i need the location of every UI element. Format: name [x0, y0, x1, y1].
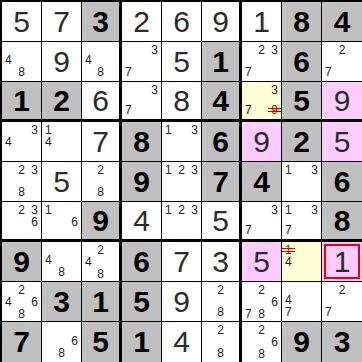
- cell-r9c2[interactable]: 68: [42, 322, 82, 362]
- cell-r6c7[interactable]: 37: [242, 202, 282, 242]
- given-digit: 7: [212, 167, 229, 197]
- cell-r2c5[interactable]: 5: [162, 42, 202, 82]
- solved-digit: 7: [53, 7, 70, 37]
- solved-digit: 5: [212, 206, 229, 236]
- pencil-marks: 237: [242, 42, 281, 81]
- cell-r2c8[interactable]: 6: [282, 42, 322, 82]
- candidate-3: 3: [311, 164, 318, 176]
- candidate-6: 6: [31, 296, 38, 308]
- candidate-7: 7: [285, 224, 292, 236]
- cell-r7c4[interactable]: 6: [122, 242, 162, 282]
- cell-r1c7[interactable]: 1: [242, 2, 282, 42]
- candidate-4: 4: [85, 54, 92, 66]
- cell-r9c5[interactable]: 4: [162, 322, 202, 362]
- given-digit: 1: [133, 327, 150, 357]
- pencil-marks: 37: [122, 42, 161, 81]
- cell-r7c5[interactable]: 7: [162, 242, 202, 282]
- cell-r9c4[interactable]: 1: [122, 322, 162, 362]
- candidate-8: 8: [18, 308, 25, 320]
- pencil-marks: 47: [282, 282, 321, 321]
- candidate-7: 7: [245, 104, 252, 116]
- cell-r3c7[interactable]: 379: [242, 82, 282, 122]
- solved-digit: 5: [53, 167, 70, 197]
- given-digit: 4: [253, 167, 270, 197]
- candidate-2: 2: [18, 204, 25, 216]
- candidate-7: 7: [125, 66, 132, 78]
- cell-r8c9[interactable]: 27: [322, 282, 362, 322]
- candidate-2: 2: [178, 164, 185, 176]
- candidate-4: 4: [45, 136, 52, 148]
- cell-r6c5[interactable]: 123: [162, 202, 202, 242]
- sudoku-board: 5732691844894837512376271263784379593414…: [0, 0, 362, 362]
- given-digit: 8: [334, 206, 351, 236]
- pencil-marks: 27: [322, 282, 362, 321]
- candidate-7: 7: [325, 66, 332, 78]
- solved-digit: 8: [173, 86, 190, 116]
- solved-digit: 3: [212, 247, 229, 277]
- candidate-8: 8: [58, 347, 65, 359]
- cell-r7c2[interactable]: 48: [42, 242, 82, 282]
- cell-r7c1[interactable]: 9: [2, 242, 42, 282]
- candidate-2: 2: [217, 324, 224, 336]
- cell-r1c5[interactable]: 6: [162, 2, 202, 42]
- pencil-marks: 34: [2, 122, 41, 161]
- cell-r5c2[interactable]: 5: [42, 162, 82, 202]
- cell-r4c5[interactable]: 13: [162, 122, 202, 162]
- pencil-marks: 248: [82, 242, 119, 281]
- pencil-marks: 27: [322, 42, 362, 81]
- candidate-6: 6: [31, 216, 38, 228]
- cell-r8c6[interactable]: 28: [202, 282, 242, 322]
- cell-r2c4[interactable]: 37: [122, 42, 162, 82]
- pencil-marks: 14: [42, 122, 81, 161]
- cell-r5c7[interactable]: 4: [242, 162, 282, 202]
- cell-r6c2[interactable]: 16: [42, 202, 82, 242]
- cell-r6c8[interactable]: 137: [282, 202, 322, 242]
- pencil-marks: 37: [122, 82, 161, 119]
- candidate-7: 7: [245, 308, 252, 320]
- candidate-2: 2: [18, 284, 25, 296]
- pencil-marks: 13: [162, 122, 201, 161]
- pencil-marks: 13: [282, 162, 321, 201]
- candidate-7: 7: [125, 104, 132, 116]
- given-digit: 6: [334, 167, 351, 197]
- pencil-marks: 2468: [2, 282, 41, 321]
- pencil-marks: 37: [242, 202, 281, 239]
- given-digit: 6: [293, 47, 310, 77]
- given-digit: 4: [212, 86, 229, 116]
- pencil-marks: 123: [162, 162, 201, 201]
- cell-r7c6[interactable]: 3: [202, 242, 242, 282]
- candidate-3: 3: [31, 164, 38, 176]
- pencil-marks: 41: [282, 242, 321, 281]
- candidate-4: 4: [85, 256, 92, 268]
- solved-digit: 5: [334, 127, 351, 157]
- pencil-marks: 236: [2, 202, 41, 239]
- cell-r3c6[interactable]: 4: [202, 82, 242, 122]
- candidate-1: 1: [45, 204, 52, 216]
- solved-digit: 4: [173, 327, 190, 357]
- candidate-3: 3: [191, 204, 198, 216]
- candidate-8: 8: [97, 268, 104, 280]
- candidate-8: 8: [58, 266, 65, 278]
- solved-digit: 5: [173, 47, 190, 77]
- cell-r4c1[interactable]: 34: [2, 122, 42, 162]
- given-digit: 6: [212, 127, 229, 157]
- cell-r1c4[interactable]: 2: [122, 2, 162, 42]
- cell-r6c6[interactable]: 5: [202, 202, 242, 242]
- given-digit: 1: [212, 47, 229, 77]
- candidate-4: 4: [5, 136, 12, 148]
- cell-r2c2[interactable]: 9: [42, 42, 82, 82]
- candidate-8: 8: [18, 186, 25, 198]
- pencil-marks: 48: [82, 42, 119, 81]
- solved-digit: 5: [253, 247, 270, 277]
- cell-r9c9[interactable]: 3: [322, 322, 362, 362]
- candidate-3: 3: [311, 204, 318, 216]
- pencil-marks: 28: [202, 322, 239, 362]
- candidate-6: 6: [71, 216, 78, 228]
- candidate-2: 2: [258, 324, 265, 336]
- cell-r7c9[interactable]: 1: [322, 242, 362, 282]
- candidate-2: 2: [217, 284, 224, 296]
- candidate-1: 1: [165, 204, 172, 216]
- given-digit: 7: [13, 327, 30, 357]
- candidate-6: 6: [271, 296, 278, 308]
- pencil-marks: 48: [2, 42, 41, 81]
- cell-r5c6[interactable]: 7: [202, 162, 242, 202]
- given-digit: 4: [334, 7, 351, 37]
- solved-digit: 9: [334, 86, 351, 116]
- cell-r9c6[interactable]: 28: [202, 322, 242, 362]
- candidate-2: 2: [339, 44, 346, 56]
- cell-r4c9[interactable]: 5: [322, 122, 362, 162]
- given-digit: 6: [133, 247, 150, 277]
- given-digit: 5: [133, 287, 150, 317]
- cell-r8c1[interactable]: 2468: [2, 282, 42, 322]
- cell-r4c4[interactable]: 8: [122, 122, 162, 162]
- candidate-3: 3: [191, 124, 198, 136]
- cell-r4c6[interactable]: 6: [202, 122, 242, 162]
- candidate-3: 3: [151, 84, 158, 96]
- cell-r5c4[interactable]: 9: [122, 162, 162, 202]
- candidate-7: 7: [245, 66, 252, 78]
- given-digit: 3: [53, 287, 70, 317]
- cell-r9c1[interactable]: 7: [2, 322, 42, 362]
- given-digit: 1: [13, 86, 30, 116]
- cell-r3c9[interactable]: 9: [322, 82, 362, 122]
- given-digit: 2: [53, 86, 70, 116]
- cell-r3c3[interactable]: 6: [82, 82, 122, 122]
- candidate-4: 4: [45, 254, 52, 266]
- solved-digit: 2: [133, 7, 150, 37]
- candidate-2: 2: [339, 284, 346, 296]
- cell-r9c3[interactable]: 5: [82, 322, 122, 362]
- pencil-marks: 48: [42, 242, 81, 281]
- cell-r6c1[interactable]: 236: [2, 202, 42, 242]
- candidate-1: 1: [165, 164, 172, 176]
- cell-r5c8[interactable]: 13: [282, 162, 322, 202]
- given-digit: 9: [133, 167, 150, 197]
- given-digit: 5: [293, 86, 310, 116]
- solved-digit: 7: [92, 127, 109, 157]
- candidate-1: 1: [285, 204, 292, 216]
- cell-r6c9[interactable]: 8: [322, 202, 362, 242]
- given-digit: 2: [293, 127, 310, 157]
- cell-r8c7[interactable]: 2678: [242, 282, 282, 322]
- cell-r2c3[interactable]: 48: [82, 42, 122, 82]
- candidate-3: 3: [31, 124, 38, 136]
- cell-r8c5[interactable]: 9: [162, 282, 202, 322]
- pencil-marks: 68: [42, 322, 81, 362]
- cell-r5c9[interactable]: 6: [322, 162, 362, 202]
- candidate-8: 8: [258, 308, 265, 320]
- cell-r6c3[interactable]: 9: [82, 202, 122, 242]
- candidate-2: 2: [258, 284, 265, 296]
- cell-r2c7[interactable]: 237: [242, 42, 282, 82]
- cell-r7c7[interactable]: 5: [242, 242, 282, 282]
- candidate-7: 7: [325, 306, 332, 318]
- solved-digit: 1: [334, 247, 351, 277]
- solved-digit: 9: [53, 47, 70, 77]
- cell-r7c8[interactable]: 41: [282, 242, 322, 282]
- candidate-3: 3: [271, 204, 278, 216]
- given-digit: 9: [92, 206, 109, 236]
- solved-digit: 6: [173, 7, 190, 37]
- candidate-8: 8: [258, 348, 265, 360]
- candidate-7: 7: [285, 306, 292, 318]
- candidate-2: 2: [258, 44, 265, 56]
- given-digit: 1: [92, 287, 109, 317]
- given-digit: 3: [92, 7, 109, 37]
- candidate-8: 8: [97, 186, 104, 198]
- pencil-marks: 28: [82, 162, 119, 201]
- given-digit: 9: [13, 247, 30, 277]
- candidate-8: 8: [217, 306, 224, 318]
- cell-r5c3[interactable]: 28: [82, 162, 122, 202]
- candidate-3: 3: [151, 44, 158, 56]
- solved-digit: 4: [133, 206, 150, 236]
- cell-r8c3[interactable]: 1: [82, 282, 122, 322]
- cell-r3c8[interactable]: 5: [282, 82, 322, 122]
- cell-r3c1[interactable]: 1: [2, 82, 42, 122]
- cell-r3c2[interactable]: 2: [42, 82, 82, 122]
- cell-r9c7[interactable]: 268: [242, 322, 282, 362]
- candidate-1: 1: [285, 164, 292, 176]
- candidate-8: 8: [18, 66, 25, 78]
- pencil-marks: 268: [242, 322, 281, 362]
- cell-r1c3[interactable]: 3: [82, 2, 122, 42]
- candidate-7: 7: [245, 224, 252, 236]
- cell-r4c8[interactable]: 2: [282, 122, 322, 162]
- cell-r8c4[interactable]: 5: [122, 282, 162, 322]
- given-digit: 8: [293, 7, 310, 37]
- candidate-4: 4: [285, 256, 292, 268]
- cell-r1c6[interactable]: 9: [202, 2, 242, 42]
- candidate-3: 3: [271, 44, 278, 56]
- cell-r2c1[interactable]: 48: [2, 42, 42, 82]
- candidate-6: 6: [71, 335, 78, 347]
- cell-r2c9[interactable]: 27: [322, 42, 362, 82]
- cell-r1c1[interactable]: 5: [2, 2, 42, 42]
- cell-r1c9[interactable]: 4: [322, 2, 362, 42]
- given-digit: 3: [334, 327, 351, 357]
- cell-r3c5[interactable]: 8: [162, 82, 202, 122]
- cell-r4c3[interactable]: 7: [82, 122, 122, 162]
- given-digit: 9: [293, 327, 310, 357]
- candidate-6: 6: [271, 336, 278, 348]
- candidate-8: 8: [97, 66, 104, 78]
- cell-r8c2[interactable]: 3: [42, 282, 82, 322]
- solved-digit: 6: [92, 86, 109, 116]
- cell-r4c2[interactable]: 14: [42, 122, 82, 162]
- cell-r5c5[interactable]: 123: [162, 162, 202, 202]
- cell-r2c6[interactable]: 1: [202, 42, 242, 82]
- struck-candidate-9: 9: [271, 104, 278, 116]
- struck-candidate-1: 1: [285, 244, 292, 256]
- pencil-marks: 137: [282, 202, 321, 239]
- candidate-4: 4: [5, 296, 12, 308]
- cell-r4c7[interactable]: 9: [242, 122, 282, 162]
- candidate-1: 1: [165, 124, 172, 136]
- pencil-marks: 123: [162, 202, 201, 239]
- solved-digit: 9: [173, 287, 190, 317]
- candidate-4: 4: [5, 54, 12, 66]
- cell-r3c4[interactable]: 37: [122, 82, 162, 122]
- pencil-marks: 2678: [242, 282, 281, 321]
- solved-digit: 1: [253, 7, 270, 37]
- pencil-marks: 16: [42, 202, 81, 239]
- cell-r5c1[interactable]: 238: [2, 162, 42, 202]
- solved-digit: 5: [13, 7, 30, 37]
- pencil-marks: 379: [242, 82, 281, 119]
- pencil-marks: 28: [202, 282, 239, 321]
- solved-digit: 7: [173, 247, 190, 277]
- solved-digit: 9: [253, 127, 270, 157]
- cell-r1c2[interactable]: 7: [42, 2, 82, 42]
- candidate-2: 2: [97, 244, 104, 256]
- candidate-8: 8: [217, 347, 224, 359]
- pencil-marks: 238: [2, 162, 41, 201]
- candidate-2: 2: [178, 204, 185, 216]
- candidate-3: 3: [271, 84, 278, 96]
- candidate-2: 2: [97, 164, 104, 176]
- cell-r6c4[interactable]: 4: [122, 202, 162, 242]
- candidate-2: 2: [18, 164, 25, 176]
- cell-r1c8[interactable]: 8: [282, 2, 322, 42]
- solved-digit: 9: [212, 7, 229, 37]
- cell-r7c3[interactable]: 248: [82, 242, 122, 282]
- cell-r8c8[interactable]: 47: [282, 282, 322, 322]
- candidate-3: 3: [191, 164, 198, 176]
- given-digit: 8: [133, 127, 150, 157]
- given-digit: 5: [92, 327, 109, 357]
- cell-r9c8[interactable]: 9: [282, 322, 322, 362]
